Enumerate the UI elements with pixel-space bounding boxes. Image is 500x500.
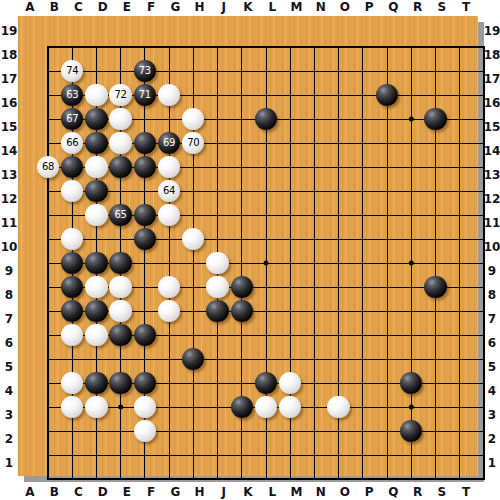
point-C11[interactable] xyxy=(84,227,108,251)
point-L8[interactable] xyxy=(278,299,302,323)
point-F2[interactable] xyxy=(157,443,181,467)
point-Q4[interactable] xyxy=(399,395,423,419)
point-M17[interactable] xyxy=(302,83,326,107)
point-O6[interactable] xyxy=(351,347,375,371)
point-K18[interactable] xyxy=(254,59,278,83)
point-S10[interactable] xyxy=(448,251,472,275)
point-D15[interactable] xyxy=(109,131,133,155)
point-D6[interactable] xyxy=(109,347,133,371)
point-O13[interactable] xyxy=(351,179,375,203)
point-B15[interactable]: 66 xyxy=(60,131,84,155)
point-S13[interactable] xyxy=(448,179,472,203)
point-M14[interactable] xyxy=(302,155,326,179)
point-G13[interactable] xyxy=(181,179,205,203)
point-H13[interactable] xyxy=(205,179,229,203)
point-O12[interactable] xyxy=(351,203,375,227)
point-O17[interactable] xyxy=(351,83,375,107)
point-E6[interactable] xyxy=(133,347,157,371)
point-K15[interactable] xyxy=(254,131,278,155)
point-L11[interactable] xyxy=(278,227,302,251)
point-S17[interactable] xyxy=(448,83,472,107)
point-L6[interactable] xyxy=(278,347,302,371)
point-L4[interactable] xyxy=(278,395,302,419)
point-L19[interactable] xyxy=(278,35,302,59)
point-E4[interactable] xyxy=(133,395,157,419)
point-D16[interactable] xyxy=(109,107,133,131)
point-Q7[interactable] xyxy=(399,323,423,347)
point-R3[interactable] xyxy=(423,419,447,443)
point-O18[interactable] xyxy=(351,59,375,83)
point-F18[interactable] xyxy=(157,59,181,83)
point-B7[interactable] xyxy=(60,323,84,347)
point-O11[interactable] xyxy=(351,227,375,251)
point-E16[interactable] xyxy=(133,107,157,131)
point-J9[interactable] xyxy=(230,275,254,299)
point-P5[interactable] xyxy=(375,371,399,395)
point-B5[interactable] xyxy=(60,371,84,395)
point-R17[interactable] xyxy=(423,83,447,107)
point-G2[interactable] xyxy=(181,443,205,467)
point-G19[interactable] xyxy=(181,35,205,59)
point-M6[interactable] xyxy=(302,347,326,371)
point-R15[interactable] xyxy=(423,131,447,155)
point-Q13[interactable] xyxy=(399,179,423,203)
point-Q6[interactable] xyxy=(399,347,423,371)
point-E10[interactable] xyxy=(133,251,157,275)
point-E13[interactable] xyxy=(133,179,157,203)
point-B8[interactable] xyxy=(60,299,84,323)
point-R19[interactable] xyxy=(423,35,447,59)
point-D7[interactable] xyxy=(109,323,133,347)
point-K6[interactable] xyxy=(254,347,278,371)
point-J15[interactable] xyxy=(230,131,254,155)
point-J10[interactable] xyxy=(230,251,254,275)
point-B18[interactable]: 74 xyxy=(60,59,84,83)
point-A18[interactable] xyxy=(36,59,60,83)
point-G8[interactable] xyxy=(181,299,205,323)
point-A2[interactable] xyxy=(36,443,60,467)
point-C5[interactable] xyxy=(84,371,108,395)
point-G18[interactable] xyxy=(181,59,205,83)
point-C6[interactable] xyxy=(84,347,108,371)
point-S7[interactable] xyxy=(448,323,472,347)
point-A4[interactable] xyxy=(36,395,60,419)
point-B2[interactable] xyxy=(60,443,84,467)
point-N17[interactable] xyxy=(327,83,351,107)
point-K16[interactable] xyxy=(254,107,278,131)
point-G17[interactable] xyxy=(181,83,205,107)
point-H18[interactable] xyxy=(205,59,229,83)
point-B6[interactable] xyxy=(60,347,84,371)
point-H9[interactable] xyxy=(205,275,229,299)
point-A10[interactable] xyxy=(36,251,60,275)
point-C17[interactable] xyxy=(84,83,108,107)
point-R12[interactable] xyxy=(423,203,447,227)
point-G16[interactable] xyxy=(181,107,205,131)
point-B12[interactable] xyxy=(60,203,84,227)
point-L17[interactable] xyxy=(278,83,302,107)
point-J8[interactable] xyxy=(230,299,254,323)
point-E12[interactable] xyxy=(133,203,157,227)
point-J5[interactable] xyxy=(230,371,254,395)
point-B4[interactable] xyxy=(60,395,84,419)
point-D12[interactable]: 65 xyxy=(109,203,133,227)
point-Q12[interactable] xyxy=(399,203,423,227)
point-C12[interactable] xyxy=(84,203,108,227)
point-D3[interactable] xyxy=(109,419,133,443)
point-O8[interactable] xyxy=(351,299,375,323)
point-G3[interactable] xyxy=(181,419,205,443)
point-O9[interactable] xyxy=(351,275,375,299)
point-P19[interactable] xyxy=(375,35,399,59)
point-C4[interactable] xyxy=(84,395,108,419)
point-E11[interactable] xyxy=(133,227,157,251)
point-O15[interactable] xyxy=(351,131,375,155)
point-P9[interactable] xyxy=(375,275,399,299)
point-L9[interactable] xyxy=(278,275,302,299)
point-D10[interactable] xyxy=(109,251,133,275)
point-M2[interactable] xyxy=(302,443,326,467)
point-S8[interactable] xyxy=(448,299,472,323)
point-Q11[interactable] xyxy=(399,227,423,251)
point-G7[interactable] xyxy=(181,323,205,347)
point-L12[interactable] xyxy=(278,203,302,227)
point-N2[interactable] xyxy=(327,443,351,467)
point-G11[interactable] xyxy=(181,227,205,251)
point-K2[interactable] xyxy=(254,443,278,467)
point-Q3[interactable] xyxy=(399,419,423,443)
point-N15[interactable] xyxy=(327,131,351,155)
point-L10[interactable] xyxy=(278,251,302,275)
point-J19[interactable] xyxy=(230,35,254,59)
point-K4[interactable] xyxy=(254,395,278,419)
point-D18[interactable] xyxy=(109,59,133,83)
point-S19[interactable] xyxy=(448,35,472,59)
point-B10[interactable] xyxy=(60,251,84,275)
point-E3[interactable] xyxy=(133,419,157,443)
point-H6[interactable] xyxy=(205,347,229,371)
point-C10[interactable] xyxy=(84,251,108,275)
point-D4[interactable] xyxy=(109,395,133,419)
point-E9[interactable] xyxy=(133,275,157,299)
point-N6[interactable] xyxy=(327,347,351,371)
point-A14[interactable]: 68 xyxy=(36,155,60,179)
point-B13[interactable] xyxy=(60,179,84,203)
point-R18[interactable] xyxy=(423,59,447,83)
point-L2[interactable] xyxy=(278,443,302,467)
point-M18[interactable] xyxy=(302,59,326,83)
point-K11[interactable] xyxy=(254,227,278,251)
point-F6[interactable] xyxy=(157,347,181,371)
point-S4[interactable] xyxy=(448,395,472,419)
point-H11[interactable] xyxy=(205,227,229,251)
point-M10[interactable] xyxy=(302,251,326,275)
point-F11[interactable] xyxy=(157,227,181,251)
point-A12[interactable] xyxy=(36,203,60,227)
point-N11[interactable] xyxy=(327,227,351,251)
point-K9[interactable] xyxy=(254,275,278,299)
point-Q10[interactable] xyxy=(399,251,423,275)
point-N16[interactable] xyxy=(327,107,351,131)
point-E14[interactable] xyxy=(133,155,157,179)
point-O14[interactable] xyxy=(351,155,375,179)
point-D8[interactable] xyxy=(109,299,133,323)
point-K12[interactable] xyxy=(254,203,278,227)
point-O5[interactable] xyxy=(351,371,375,395)
point-E5[interactable] xyxy=(133,371,157,395)
point-F14[interactable] xyxy=(157,155,181,179)
point-L16[interactable] xyxy=(278,107,302,131)
point-H8[interactable] xyxy=(205,299,229,323)
point-A16[interactable] xyxy=(36,107,60,131)
point-N4[interactable] xyxy=(327,395,351,419)
point-Q15[interactable] xyxy=(399,131,423,155)
point-F16[interactable] xyxy=(157,107,181,131)
point-J14[interactable] xyxy=(230,155,254,179)
point-Q5[interactable] xyxy=(399,371,423,395)
point-G4[interactable] xyxy=(181,395,205,419)
point-A9[interactable] xyxy=(36,275,60,299)
point-L14[interactable] xyxy=(278,155,302,179)
point-O7[interactable] xyxy=(351,323,375,347)
point-A3[interactable] xyxy=(36,419,60,443)
point-F10[interactable] xyxy=(157,251,181,275)
point-D14[interactable] xyxy=(109,155,133,179)
point-H19[interactable] xyxy=(205,35,229,59)
point-F19[interactable] xyxy=(157,35,181,59)
point-P14[interactable] xyxy=(375,155,399,179)
point-J17[interactable] xyxy=(230,83,254,107)
point-L18[interactable] xyxy=(278,59,302,83)
point-S14[interactable] xyxy=(448,155,472,179)
point-P3[interactable] xyxy=(375,419,399,443)
point-F12[interactable] xyxy=(157,203,181,227)
point-K5[interactable] xyxy=(254,371,278,395)
point-H7[interactable] xyxy=(205,323,229,347)
point-P17[interactable] xyxy=(375,83,399,107)
point-J13[interactable] xyxy=(230,179,254,203)
point-R5[interactable] xyxy=(423,371,447,395)
point-H12[interactable] xyxy=(205,203,229,227)
point-H2[interactable] xyxy=(205,443,229,467)
point-P2[interactable] xyxy=(375,443,399,467)
point-D9[interactable] xyxy=(109,275,133,299)
point-K17[interactable] xyxy=(254,83,278,107)
point-K7[interactable] xyxy=(254,323,278,347)
point-H5[interactable] xyxy=(205,371,229,395)
point-R10[interactable] xyxy=(423,251,447,275)
point-N14[interactable] xyxy=(327,155,351,179)
point-P10[interactable] xyxy=(375,251,399,275)
point-E19[interactable] xyxy=(133,35,157,59)
point-S16[interactable] xyxy=(448,107,472,131)
point-C16[interactable] xyxy=(84,107,108,131)
point-H15[interactable] xyxy=(205,131,229,155)
point-J12[interactable] xyxy=(230,203,254,227)
point-P7[interactable] xyxy=(375,323,399,347)
point-Q18[interactable] xyxy=(399,59,423,83)
point-K14[interactable] xyxy=(254,155,278,179)
point-R8[interactable] xyxy=(423,299,447,323)
point-J16[interactable] xyxy=(230,107,254,131)
point-E15[interactable] xyxy=(133,131,157,155)
point-R4[interactable] xyxy=(423,395,447,419)
point-K8[interactable] xyxy=(254,299,278,323)
point-F8[interactable] xyxy=(157,299,181,323)
point-H4[interactable] xyxy=(205,395,229,419)
point-D2[interactable] xyxy=(109,443,133,467)
point-O2[interactable] xyxy=(351,443,375,467)
point-J18[interactable] xyxy=(230,59,254,83)
point-F4[interactable] xyxy=(157,395,181,419)
point-C13[interactable] xyxy=(84,179,108,203)
point-N18[interactable] xyxy=(327,59,351,83)
point-F15[interactable]: 69 xyxy=(157,131,181,155)
point-A11[interactable] xyxy=(36,227,60,251)
point-P15[interactable] xyxy=(375,131,399,155)
point-N8[interactable] xyxy=(327,299,351,323)
point-Q19[interactable] xyxy=(399,35,423,59)
point-H14[interactable] xyxy=(205,155,229,179)
point-N9[interactable] xyxy=(327,275,351,299)
point-M9[interactable] xyxy=(302,275,326,299)
point-F13[interactable]: 64 xyxy=(157,179,181,203)
point-H17[interactable] xyxy=(205,83,229,107)
point-H16[interactable] xyxy=(205,107,229,131)
point-N5[interactable] xyxy=(327,371,351,395)
point-B3[interactable] xyxy=(60,419,84,443)
point-S2[interactable] xyxy=(448,443,472,467)
point-J6[interactable] xyxy=(230,347,254,371)
point-C3[interactable] xyxy=(84,419,108,443)
point-D17[interactable]: 72 xyxy=(109,83,133,107)
point-C14[interactable] xyxy=(84,155,108,179)
point-R2[interactable] xyxy=(423,443,447,467)
point-J4[interactable] xyxy=(230,395,254,419)
point-Q2[interactable] xyxy=(399,443,423,467)
point-L15[interactable] xyxy=(278,131,302,155)
point-M5[interactable] xyxy=(302,371,326,395)
point-R11[interactable] xyxy=(423,227,447,251)
point-C8[interactable] xyxy=(84,299,108,323)
point-M19[interactable] xyxy=(302,35,326,59)
point-N13[interactable] xyxy=(327,179,351,203)
point-A6[interactable] xyxy=(36,347,60,371)
point-S11[interactable] xyxy=(448,227,472,251)
point-Q16[interactable] xyxy=(399,107,423,131)
point-S12[interactable] xyxy=(448,203,472,227)
point-N19[interactable] xyxy=(327,35,351,59)
point-K10[interactable] xyxy=(254,251,278,275)
point-J2[interactable] xyxy=(230,443,254,467)
point-F7[interactable] xyxy=(157,323,181,347)
point-M15[interactable] xyxy=(302,131,326,155)
point-B17[interactable]: 63 xyxy=(60,83,84,107)
point-P6[interactable] xyxy=(375,347,399,371)
point-C9[interactable] xyxy=(84,275,108,299)
point-A19[interactable] xyxy=(36,35,60,59)
point-P4[interactable] xyxy=(375,395,399,419)
point-M12[interactable] xyxy=(302,203,326,227)
point-B16[interactable]: 67 xyxy=(60,107,84,131)
point-M13[interactable] xyxy=(302,179,326,203)
point-P13[interactable] xyxy=(375,179,399,203)
point-G10[interactable] xyxy=(181,251,205,275)
point-E8[interactable] xyxy=(133,299,157,323)
point-R16[interactable] xyxy=(423,107,447,131)
point-O3[interactable] xyxy=(351,419,375,443)
point-P8[interactable] xyxy=(375,299,399,323)
point-M11[interactable] xyxy=(302,227,326,251)
point-F17[interactable] xyxy=(157,83,181,107)
point-M4[interactable] xyxy=(302,395,326,419)
point-D13[interactable] xyxy=(109,179,133,203)
point-E7[interactable] xyxy=(133,323,157,347)
point-C2[interactable] xyxy=(84,443,108,467)
point-O16[interactable] xyxy=(351,107,375,131)
point-S6[interactable] xyxy=(448,347,472,371)
point-A8[interactable] xyxy=(36,299,60,323)
point-L7[interactable] xyxy=(278,323,302,347)
point-S3[interactable] xyxy=(448,419,472,443)
point-M16[interactable] xyxy=(302,107,326,131)
point-G12[interactable] xyxy=(181,203,205,227)
point-M3[interactable] xyxy=(302,419,326,443)
point-G5[interactable] xyxy=(181,371,205,395)
point-P11[interactable] xyxy=(375,227,399,251)
point-B9[interactable] xyxy=(60,275,84,299)
point-R7[interactable] xyxy=(423,323,447,347)
point-D19[interactable] xyxy=(109,35,133,59)
point-A13[interactable] xyxy=(36,179,60,203)
point-R13[interactable] xyxy=(423,179,447,203)
point-R6[interactable] xyxy=(423,347,447,371)
point-N3[interactable] xyxy=(327,419,351,443)
point-N12[interactable] xyxy=(327,203,351,227)
point-E17[interactable]: 71 xyxy=(133,83,157,107)
point-D5[interactable] xyxy=(109,371,133,395)
point-A7[interactable] xyxy=(36,323,60,347)
point-Q9[interactable] xyxy=(399,275,423,299)
point-G14[interactable] xyxy=(181,155,205,179)
point-S18[interactable] xyxy=(448,59,472,83)
point-P12[interactable] xyxy=(375,203,399,227)
point-D11[interactable] xyxy=(109,227,133,251)
point-O10[interactable] xyxy=(351,251,375,275)
point-A5[interactable] xyxy=(36,371,60,395)
point-K3[interactable] xyxy=(254,419,278,443)
point-C15[interactable] xyxy=(84,131,108,155)
point-K19[interactable] xyxy=(254,35,278,59)
point-P18[interactable] xyxy=(375,59,399,83)
point-B19[interactable] xyxy=(60,35,84,59)
point-C19[interactable] xyxy=(84,35,108,59)
point-S15[interactable] xyxy=(448,131,472,155)
point-F9[interactable] xyxy=(157,275,181,299)
point-F5[interactable] xyxy=(157,371,181,395)
point-O19[interactable] xyxy=(351,35,375,59)
point-B14[interactable] xyxy=(60,155,84,179)
point-O4[interactable] xyxy=(351,395,375,419)
point-L5[interactable] xyxy=(278,371,302,395)
point-L13[interactable] xyxy=(278,179,302,203)
point-R14[interactable] xyxy=(423,155,447,179)
point-M8[interactable] xyxy=(302,299,326,323)
point-Q8[interactable] xyxy=(399,299,423,323)
point-B11[interactable] xyxy=(60,227,84,251)
point-F3[interactable] xyxy=(157,419,181,443)
point-C18[interactable] xyxy=(84,59,108,83)
